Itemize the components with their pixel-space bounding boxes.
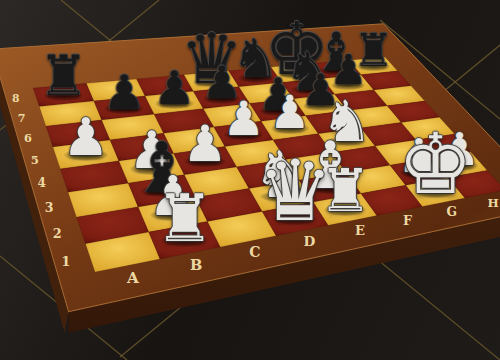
file-label-A: A	[126, 269, 139, 287]
piece-black-pawn-c7[interactable]: ♟	[151, 65, 197, 111]
chess-3d-scene: 12345678ABCDEFGH ♜♝♚♞♛♟♞♜♟♟♟♟♟♟♟♞♟♟♟♟♟♝♝…	[0, 0, 500, 360]
rank-label-7: 7	[18, 112, 26, 125]
piece-black-rook-a8[interactable]: ♜	[36, 49, 91, 104]
rank-label-5: 5	[31, 153, 39, 167]
rank-label-8: 8	[12, 92, 20, 105]
rank-label-3: 3	[45, 200, 54, 215]
piece-white-queen-d1[interactable]: ♛	[253, 149, 337, 233]
rank-label-4: 4	[37, 176, 45, 190]
file-label-C: C	[249, 244, 260, 260]
piece-white-king-g1[interactable]: ♚	[394, 123, 478, 207]
rank-label-2: 2	[53, 226, 62, 241]
file-label-E: E	[355, 223, 365, 238]
file-label-H: H	[488, 196, 499, 210]
piece-white-rook-b1[interactable]: ♜	[152, 186, 218, 252]
file-label-B: B	[190, 256, 202, 273]
rank-label-1: 1	[61, 254, 70, 269]
piece-white-pawn-a5[interactable]: ♟	[60, 111, 112, 163]
file-label-F: F	[403, 213, 412, 228]
rank-label-6: 6	[24, 131, 32, 145]
